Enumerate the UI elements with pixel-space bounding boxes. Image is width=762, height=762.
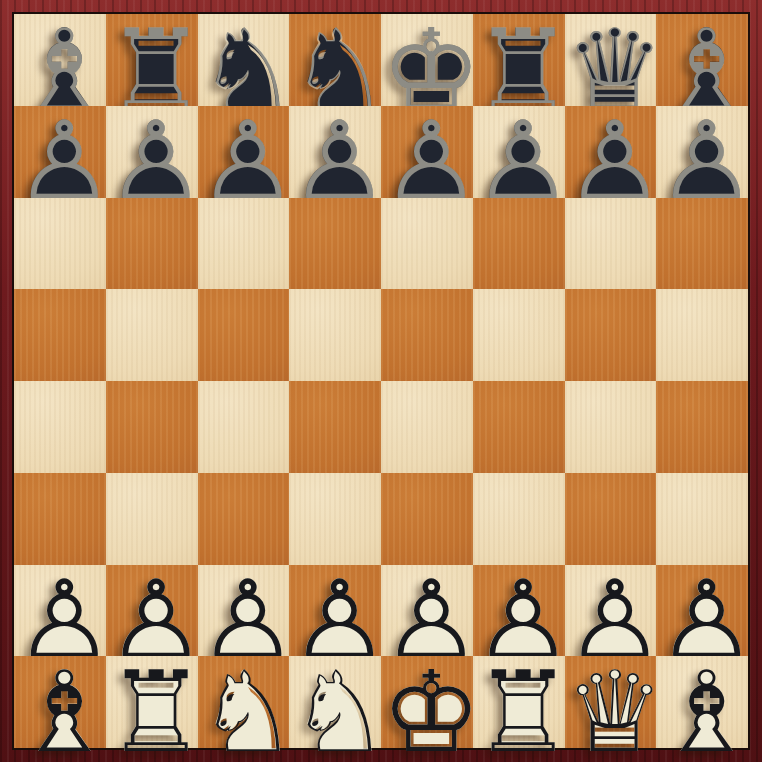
square-a5[interactable] xyxy=(14,289,106,381)
square-d8[interactable]: ♞♘ xyxy=(289,14,381,106)
square-h8[interactable]: ♝♗ xyxy=(656,14,748,106)
square-h4[interactable] xyxy=(656,381,748,473)
square-f1[interactable]: ♜♖ xyxy=(473,656,565,748)
board-frame: ♝♗♜♖♞♘♞♘♚♔♜♖♛♕♝♗♟♙♟♙♟♙♟♙♟♙♟♙♟♙♟♙♟♙♟♙♟♙♟♙… xyxy=(0,0,762,762)
piece-glyph-fill: ♝ xyxy=(14,656,114,762)
square-a8[interactable]: ♝♗ xyxy=(14,14,106,106)
square-d1[interactable]: ♞♘ xyxy=(289,656,381,748)
piece-black-bishop-h8[interactable]: ♝♗ xyxy=(656,14,748,106)
square-f7[interactable]: ♟♙ xyxy=(473,106,565,198)
square-g1[interactable]: ♛♕ xyxy=(565,656,657,748)
square-a6[interactable] xyxy=(14,198,106,290)
piece-glyph-fill: ♞ xyxy=(198,656,298,762)
square-h5[interactable] xyxy=(656,289,748,381)
square-c5[interactable] xyxy=(198,289,290,381)
piece-glyph-outline: ♗ xyxy=(656,656,756,762)
piece-white-pawn-a2[interactable]: ♟♙ xyxy=(14,565,106,657)
square-e3[interactable] xyxy=(381,473,473,565)
square-b1[interactable]: ♜♖ xyxy=(106,656,198,748)
square-a7[interactable]: ♟♙ xyxy=(14,106,106,198)
square-d6[interactable] xyxy=(289,198,381,290)
square-e7[interactable]: ♟♙ xyxy=(381,106,473,198)
square-f4[interactable] xyxy=(473,381,565,473)
square-h7[interactable]: ♟♙ xyxy=(656,106,748,198)
piece-white-knight-c1[interactable]: ♞♘ xyxy=(198,656,290,748)
square-b8[interactable]: ♜♖ xyxy=(106,14,198,106)
square-e5[interactable] xyxy=(381,289,473,381)
piece-white-pawn-c2[interactable]: ♟♙ xyxy=(198,565,290,657)
piece-white-king-e1[interactable]: ♚♔ xyxy=(381,656,473,748)
square-a2[interactable]: ♟♙ xyxy=(14,565,106,657)
piece-black-queen-g8[interactable]: ♛♕ xyxy=(565,14,657,106)
piece-black-pawn-d7[interactable]: ♟♙ xyxy=(289,106,381,198)
piece-white-knight-d1[interactable]: ♞♘ xyxy=(289,656,381,748)
square-h1[interactable]: ♝♗ xyxy=(656,656,748,748)
piece-white-pawn-g2[interactable]: ♟♙ xyxy=(565,565,657,657)
square-f5[interactable] xyxy=(473,289,565,381)
square-f6[interactable] xyxy=(473,198,565,290)
square-a3[interactable] xyxy=(14,473,106,565)
square-b3[interactable] xyxy=(106,473,198,565)
piece-glyph-outline: ♔ xyxy=(381,656,481,762)
piece-glyph-outline: ♗ xyxy=(14,656,114,762)
square-g7[interactable]: ♟♙ xyxy=(565,106,657,198)
square-c1[interactable]: ♞♘ xyxy=(198,656,290,748)
square-e8[interactable]: ♚♔ xyxy=(381,14,473,106)
square-g2[interactable]: ♟♙ xyxy=(565,565,657,657)
piece-glyph-fill: ♞ xyxy=(289,656,389,762)
square-a4[interactable] xyxy=(14,381,106,473)
piece-glyph-outline: ♘ xyxy=(289,656,389,762)
piece-black-knight-c8[interactable]: ♞♘ xyxy=(198,14,290,106)
piece-glyph-fill: ♝ xyxy=(656,656,756,762)
square-c8[interactable]: ♞♘ xyxy=(198,14,290,106)
piece-glyph-fill: ♜ xyxy=(106,656,206,762)
square-e2[interactable]: ♟♙ xyxy=(381,565,473,657)
piece-black-pawn-g7[interactable]: ♟♙ xyxy=(565,106,657,198)
board-inner-edge: ♝♗♜♖♞♘♞♘♚♔♜♖♛♕♝♗♟♙♟♙♟♙♟♙♟♙♟♙♟♙♟♙♟♙♟♙♟♙♟♙… xyxy=(12,12,750,750)
square-c6[interactable] xyxy=(198,198,290,290)
piece-white-bishop-a1[interactable]: ♝♗ xyxy=(14,656,106,748)
piece-white-pawn-b2[interactable]: ♟♙ xyxy=(106,565,198,657)
piece-white-rook-b1[interactable]: ♜♖ xyxy=(106,656,198,748)
square-e1[interactable]: ♚♔ xyxy=(381,656,473,748)
piece-black-rook-f8[interactable]: ♜♖ xyxy=(473,14,565,106)
piece-white-rook-f1[interactable]: ♜♖ xyxy=(473,656,565,748)
square-a1[interactable]: ♝♗ xyxy=(14,656,106,748)
square-b2[interactable]: ♟♙ xyxy=(106,565,198,657)
square-e6[interactable] xyxy=(381,198,473,290)
square-g8[interactable]: ♛♕ xyxy=(565,14,657,106)
piece-black-knight-d8[interactable]: ♞♘ xyxy=(289,14,381,106)
piece-black-pawn-h7[interactable]: ♟♙ xyxy=(656,106,748,198)
piece-glyph-outline: ♕ xyxy=(565,656,665,762)
piece-black-rook-b8[interactable]: ♜♖ xyxy=(106,14,198,106)
piece-white-pawn-e2[interactable]: ♟♙ xyxy=(381,565,473,657)
piece-white-pawn-h2[interactable]: ♟♙ xyxy=(656,565,748,657)
square-h3[interactable] xyxy=(656,473,748,565)
piece-glyph-fill: ♚ xyxy=(381,656,481,762)
square-b4[interactable] xyxy=(106,381,198,473)
piece-glyph-fill: ♛ xyxy=(565,656,665,762)
piece-glyph-outline: ♖ xyxy=(106,656,206,762)
square-b5[interactable] xyxy=(106,289,198,381)
piece-black-pawn-a7[interactable]: ♟♙ xyxy=(14,106,106,198)
square-b7[interactable]: ♟♙ xyxy=(106,106,198,198)
square-d4[interactable] xyxy=(289,381,381,473)
piece-white-pawn-f2[interactable]: ♟♙ xyxy=(473,565,565,657)
square-g3[interactable] xyxy=(565,473,657,565)
square-f3[interactable] xyxy=(473,473,565,565)
square-f8[interactable]: ♜♖ xyxy=(473,14,565,106)
square-c4[interactable] xyxy=(198,381,290,473)
piece-white-queen-g1[interactable]: ♛♕ xyxy=(565,656,657,748)
square-d7[interactable]: ♟♙ xyxy=(289,106,381,198)
square-d2[interactable]: ♟♙ xyxy=(289,565,381,657)
piece-black-bishop-a8[interactable]: ♝♗ xyxy=(14,14,106,106)
square-b6[interactable] xyxy=(106,198,198,290)
square-d3[interactable] xyxy=(289,473,381,565)
square-g4[interactable] xyxy=(565,381,657,473)
piece-white-pawn-d2[interactable]: ♟♙ xyxy=(289,565,381,657)
square-h2[interactable]: ♟♙ xyxy=(656,565,748,657)
piece-glyph-outline: ♖ xyxy=(473,656,573,762)
square-h6[interactable] xyxy=(656,198,748,290)
piece-black-pawn-c7[interactable]: ♟♙ xyxy=(198,106,290,198)
piece-glyph-fill: ♜ xyxy=(473,656,573,762)
square-d5[interactable] xyxy=(289,289,381,381)
square-f2[interactable]: ♟♙ xyxy=(473,565,565,657)
piece-glyph-outline: ♘ xyxy=(198,656,298,762)
square-c2[interactable]: ♟♙ xyxy=(198,565,290,657)
piece-black-pawn-e7[interactable]: ♟♙ xyxy=(381,106,473,198)
piece-black-pawn-b7[interactable]: ♟♙ xyxy=(106,106,198,198)
square-c3[interactable] xyxy=(198,473,290,565)
piece-black-pawn-f7[interactable]: ♟♙ xyxy=(473,106,565,198)
piece-white-bishop-h1[interactable]: ♝♗ xyxy=(656,656,748,748)
square-c7[interactable]: ♟♙ xyxy=(198,106,290,198)
square-e4[interactable] xyxy=(381,381,473,473)
piece-black-king-e8[interactable]: ♚♔ xyxy=(381,14,473,106)
chess-board: ♝♗♜♖♞♘♞♘♚♔♜♖♛♕♝♗♟♙♟♙♟♙♟♙♟♙♟♙♟♙♟♙♟♙♟♙♟♙♟♙… xyxy=(14,14,748,748)
square-g6[interactable] xyxy=(565,198,657,290)
square-g5[interactable] xyxy=(565,289,657,381)
